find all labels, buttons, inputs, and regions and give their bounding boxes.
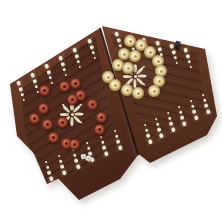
star-petal bbox=[142, 83, 146, 87]
checker-red[interactable] bbox=[57, 117, 68, 128]
star-petal bbox=[75, 112, 84, 115]
inlay-dot bbox=[113, 31, 119, 37]
star-petal bbox=[70, 117, 73, 126]
inlay-dot bbox=[44, 160, 47, 164]
inlay-dot bbox=[143, 123, 146, 127]
star-petal bbox=[79, 121, 83, 125]
inlay-dot bbox=[115, 37, 120, 43]
checker-cream[interactable] bbox=[148, 85, 160, 97]
checker-cream[interactable] bbox=[122, 62, 134, 74]
checker-red[interactable] bbox=[67, 94, 78, 105]
checker-cream[interactable] bbox=[109, 79, 121, 91]
checker-red[interactable] bbox=[38, 103, 49, 114]
checker-red[interactable] bbox=[70, 78, 81, 89]
checker-cream[interactable] bbox=[129, 50, 141, 62]
inlay-dot bbox=[48, 175, 54, 181]
inlay-dot bbox=[166, 111, 169, 115]
inlay-dot bbox=[17, 87, 22, 93]
checker-red[interactable] bbox=[69, 139, 80, 150]
inlay-dot bbox=[31, 78, 36, 84]
inlay-dot bbox=[205, 108, 211, 114]
checker-red[interactable] bbox=[87, 99, 98, 110]
inlay-dot bbox=[21, 98, 24, 102]
inlay-dot bbox=[19, 92, 23, 97]
backgammon-set-photo bbox=[0, 0, 222, 222]
checker-red[interactable] bbox=[48, 132, 59, 143]
checker-red[interactable] bbox=[59, 81, 70, 92]
checker-red[interactable] bbox=[94, 124, 105, 135]
checker-red[interactable] bbox=[39, 85, 50, 96]
inlay-dot bbox=[147, 138, 153, 144]
checker-red[interactable] bbox=[96, 112, 107, 123]
checker-cream[interactable] bbox=[132, 87, 144, 99]
inlay-dot bbox=[29, 72, 35, 78]
die[interactable] bbox=[85, 155, 92, 162]
inlay-dot bbox=[117, 144, 123, 150]
inlay-dot bbox=[113, 129, 116, 133]
checker-red[interactable] bbox=[42, 119, 53, 130]
checker-red[interactable] bbox=[29, 113, 40, 124]
inlay-dot bbox=[201, 93, 204, 97]
star-petal bbox=[138, 74, 147, 77]
